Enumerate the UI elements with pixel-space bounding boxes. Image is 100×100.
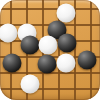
grid-line-vertical [10,0,12,100]
black-stone [78,51,97,70]
grid-line-vertical [90,0,92,100]
black-stone [21,36,40,55]
white-stone [57,4,76,23]
black-stone [38,55,57,74]
go-board-icon[interactable] [0,0,100,100]
black-stone [3,54,22,73]
grid-line-horizontal [0,88,100,90]
white-stone [39,36,58,55]
white-stone [21,75,40,94]
white-stone [57,54,76,73]
black-stone [58,34,77,53]
grid-line-horizontal [0,8,100,10]
